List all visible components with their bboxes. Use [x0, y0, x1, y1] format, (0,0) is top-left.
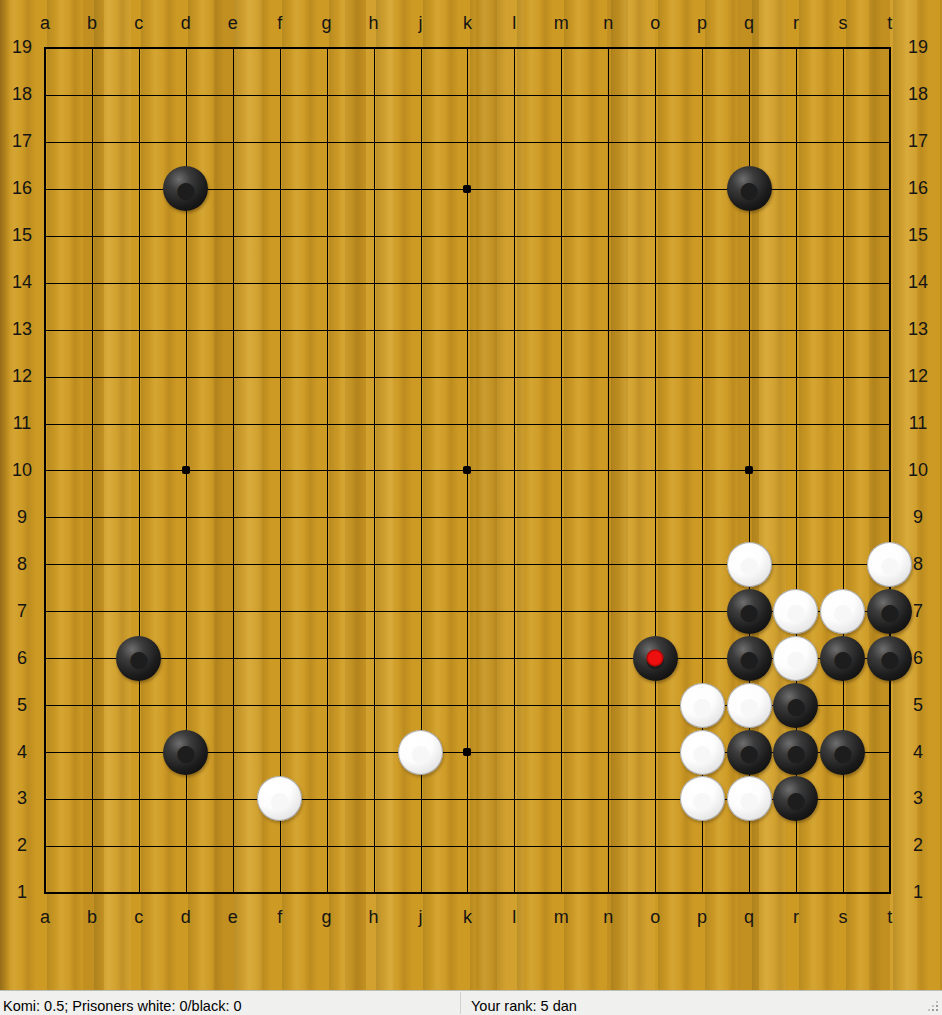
point-q8: ● [726, 541, 773, 588]
stone-black-s4: ● [820, 730, 865, 775]
point-q3: ● [726, 776, 773, 823]
point-c6: ● [115, 635, 162, 682]
stone-black-r4: ● [773, 730, 818, 775]
status-game-info: Komi: 0.5; Prisoners white: 0/black: 0 [3, 998, 242, 1014]
point-s4: ● [819, 729, 866, 776]
point-q5: ● [726, 682, 773, 729]
resize-grip-icon[interactable] [928, 1001, 938, 1011]
point-d4: ● [162, 729, 209, 776]
stone-black-q6: ● [727, 636, 772, 681]
stone-black-o6: ● [633, 636, 678, 681]
stone-black-s6: ● [820, 636, 865, 681]
status-rank: Your rank: 5 dan [471, 998, 577, 1014]
point-r7: ● [773, 588, 820, 635]
stone-black-r3: ● [773, 776, 818, 821]
point-r6: ● [773, 635, 820, 682]
go-board[interactable]: abcdefghjklmnopqrst abcdefghjklmnopqrst … [0, 0, 942, 990]
stone-white-p4: ● [680, 730, 725, 775]
point-s7: ● [819, 588, 866, 635]
go-game-window: abcdefghjklmnopqrst abcdefghjklmnopqrst … [0, 0, 942, 1015]
stone-white-p5: ● [680, 683, 725, 728]
stone-white-q8: ● [727, 542, 772, 587]
point-q16: ● [726, 165, 773, 212]
point-p5: ● [679, 682, 726, 729]
point-q7: ● [726, 588, 773, 635]
stone-black-t6: ● [867, 636, 912, 681]
stone-white-r6: ● [773, 636, 818, 681]
point-r4: ● [773, 729, 820, 776]
point-t8: ● [866, 541, 913, 588]
stone-white-t8: ● [867, 542, 912, 587]
stone-white-s7: ● [820, 589, 865, 634]
stone-black-q7: ● [727, 589, 772, 634]
point-d16: ● [162, 165, 209, 212]
stone-black-d4: ● [163, 730, 208, 775]
stone-white-q3: ● [727, 776, 772, 821]
stone-white-j4: ● [398, 730, 443, 775]
status-divider [460, 992, 461, 1014]
stone-black-t7: ● [867, 589, 912, 634]
point-p3: ● [679, 776, 726, 823]
point-t6: ● [866, 635, 913, 682]
point-f3: ● [256, 776, 303, 823]
point-t7: ● [866, 588, 913, 635]
stone-white-p3: ● [680, 776, 725, 821]
point-q6: ● [726, 635, 773, 682]
stone-black-d16: ● [163, 166, 208, 211]
point-r3: ● [773, 776, 820, 823]
last-move-marker [647, 650, 664, 667]
stones-layer: ●●●●●●●●●●●●●●●●●●●●●●●●●●● [22, 25, 914, 917]
point-s6: ● [819, 635, 866, 682]
point-p4: ● [679, 729, 726, 776]
stone-black-c6: ● [116, 636, 161, 681]
point-o6: ● [632, 635, 679, 682]
point-r5: ● [773, 682, 820, 729]
point-j4: ● [397, 729, 444, 776]
stone-black-r5: ● [773, 683, 818, 728]
stone-black-q16: ● [727, 166, 772, 211]
stone-white-r7: ● [773, 589, 818, 634]
point-q4: ● [726, 729, 773, 776]
stone-white-q5: ● [727, 683, 772, 728]
stone-black-q4: ● [727, 730, 772, 775]
stone-white-f3: ● [257, 776, 302, 821]
status-bar: Komi: 0.5; Prisoners white: 0/black: 0 Y… [0, 990, 942, 1015]
